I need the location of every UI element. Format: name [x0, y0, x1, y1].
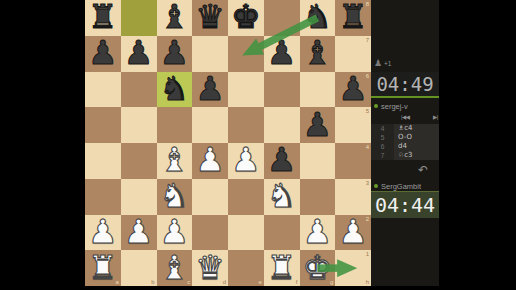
square-f5[interactable]	[264, 107, 300, 143]
move-number: 6	[371, 142, 394, 151]
square-h6[interactable]: ♟6	[335, 72, 371, 108]
move-row: 6d4	[371, 142, 439, 151]
move-san[interactable]: ♘c3	[394, 151, 439, 160]
square-f3[interactable]: ♞	[264, 179, 300, 215]
bottom-player[interactable]: SergGambit	[374, 181, 421, 191]
bottom-player-name[interactable]: SergGambit	[381, 182, 421, 191]
file-label-c: c	[187, 279, 190, 285]
black-pawn-h6[interactable]: ♟	[338, 72, 368, 105]
square-a3[interactable]	[85, 179, 121, 215]
square-f1[interactable]: ♜f	[264, 250, 300, 286]
move-nav-bar: |◀◀ ▶|	[371, 113, 439, 123]
go-to-end-icon[interactable]: ▶|	[433, 114, 438, 120]
black-pawn-c7[interactable]: ♟	[160, 36, 190, 69]
square-h7[interactable]: 7	[335, 36, 371, 72]
move-row: 5O-O	[371, 133, 439, 142]
square-g1[interactable]: ♚g	[300, 250, 336, 286]
black-pawn-d6[interactable]: ♟	[195, 72, 225, 105]
square-a5[interactable]	[85, 107, 121, 143]
square-d3[interactable]	[192, 179, 228, 215]
move-san[interactable]: O-O	[394, 133, 439, 142]
bottom-player-clock: 04:44	[371, 191, 439, 218]
square-h4[interactable]: 4	[335, 143, 371, 179]
black-king-e8[interactable]: ♚	[231, 0, 261, 33]
square-d2[interactable]	[192, 215, 228, 251]
square-h3[interactable]: 3	[335, 179, 371, 215]
square-b8[interactable]	[121, 0, 157, 36]
square-b1[interactable]: b	[121, 250, 157, 286]
rank-label-7: 7	[366, 37, 369, 43]
square-f8[interactable]	[264, 0, 300, 36]
white-knight-c3[interactable]: ♞	[160, 179, 190, 212]
black-pawn-g5[interactable]: ♟	[303, 108, 333, 141]
move-number: 7	[371, 151, 394, 160]
move-san[interactable]: d4	[394, 142, 439, 151]
square-c2[interactable]: ♟	[157, 215, 193, 251]
move-number: 5	[371, 133, 394, 142]
move-row: 7♘c3	[371, 151, 439, 160]
square-f2[interactable]	[264, 215, 300, 251]
square-g6[interactable]	[300, 72, 336, 108]
rank-label-6: 6	[366, 73, 369, 79]
file-label-a: a	[115, 279, 118, 285]
move-san[interactable]: ♗c4	[394, 124, 439, 133]
square-g5[interactable]: ♟	[300, 107, 336, 143]
rank-label-8: 8	[366, 1, 369, 7]
go-to-start-icon[interactable]: |◀◀	[401, 114, 409, 120]
square-e4[interactable]: ♟	[228, 143, 264, 179]
white-pawn-g2[interactable]: ♟	[303, 215, 333, 248]
square-d5[interactable]	[192, 107, 228, 143]
square-d6[interactable]: ♟	[192, 72, 228, 108]
square-g4[interactable]	[300, 143, 336, 179]
white-king-g1[interactable]: ♚	[303, 251, 333, 284]
square-c3[interactable]: ♞	[157, 179, 193, 215]
square-g8[interactable]: ♞	[300, 0, 336, 36]
square-a4[interactable]	[85, 143, 121, 179]
takeback-icon[interactable]: ↶	[418, 164, 428, 176]
move-row: 4♗c4	[371, 124, 439, 133]
square-d1[interactable]: ♛d	[192, 250, 228, 286]
square-e5[interactable]	[228, 107, 264, 143]
square-d7[interactable]	[192, 36, 228, 72]
black-bishop-g7[interactable]: ♝	[303, 36, 333, 69]
video-frame: ♜♝♛♚♞♜8♟♟♟♟♝7♞♟♟6♟5♝♟♟♟4♞♞3♟♟♟♟♟2♜ab♝c♛d…	[0, 0, 516, 290]
rank-label-2: 2	[366, 216, 369, 222]
square-d4[interactable]: ♟	[192, 143, 228, 179]
square-c7[interactable]: ♟	[157, 36, 193, 72]
file-label-g: g	[330, 279, 333, 285]
material-diff-value: +1	[384, 60, 391, 67]
game-sidebar: ♟ +1 04:49 sergej-v |◀◀ ▶| 4♗c45O-O6d47♘…	[371, 0, 439, 286]
square-h5[interactable]: 5	[335, 107, 371, 143]
square-a6[interactable]	[85, 72, 121, 108]
white-knight-f3[interactable]: ♞	[267, 179, 297, 212]
white-pawn-h2[interactable]: ♟	[338, 215, 368, 248]
rank-label-1: 1	[366, 251, 369, 257]
rank-label-4: 4	[366, 144, 369, 150]
chess-board[interactable]: ♜♝♛♚♞♜8♟♟♟♟♝7♞♟♟6♟5♝♟♟♟4♞♞3♟♟♟♟♟2♜ab♝c♛d…	[85, 0, 371, 286]
top-player-clock: 04:49	[371, 72, 439, 96]
square-c8[interactable]: ♝	[157, 0, 193, 36]
square-e6[interactable]	[228, 72, 264, 108]
black-pawn-f7[interactable]: ♟	[267, 36, 297, 69]
square-b6[interactable]	[121, 72, 157, 108]
white-bishop-c4[interactable]: ♝	[160, 143, 190, 176]
black-knight-g8[interactable]: ♞	[303, 0, 333, 33]
square-a8[interactable]: ♜	[85, 0, 121, 36]
square-a2[interactable]: ♟	[85, 215, 121, 251]
rank-label-3: 3	[366, 180, 369, 186]
clock-divider	[371, 96, 439, 98]
file-label-f: f	[296, 279, 298, 285]
black-pawn-f4[interactable]: ♟	[267, 143, 297, 176]
square-e8[interactable]: ♚	[228, 0, 264, 36]
black-rook-h8[interactable]: ♜	[338, 0, 368, 33]
square-b7[interactable]: ♟	[121, 36, 157, 72]
white-rook-f1[interactable]: ♜	[267, 251, 297, 284]
online-dot-icon	[374, 104, 378, 108]
square-c6[interactable]: ♞	[157, 72, 193, 108]
square-h2[interactable]: ♟2	[335, 215, 371, 251]
square-e3[interactable]	[228, 179, 264, 215]
square-a7[interactable]: ♟	[85, 36, 121, 72]
file-label-h: h	[366, 279, 369, 285]
square-b4[interactable]	[121, 143, 157, 179]
black-pawn-b7[interactable]: ♟	[124, 36, 154, 69]
black-bishop-c8[interactable]: ♝	[160, 0, 190, 33]
top-player[interactable]: sergej-v	[374, 101, 408, 111]
white-pawn-b2[interactable]: ♟	[124, 215, 154, 248]
rank-label-5: 5	[366, 108, 369, 114]
square-b5[interactable]	[121, 107, 157, 143]
square-f4[interactable]: ♟	[264, 143, 300, 179]
square-e2[interactable]	[228, 215, 264, 251]
move-list[interactable]: 4♗c45O-O6d47♘c3	[371, 124, 439, 160]
top-player-name[interactable]: sergej-v	[381, 102, 408, 111]
square-b2[interactable]: ♟	[121, 215, 157, 251]
square-g3[interactable]	[300, 179, 336, 215]
square-h8[interactable]: ♜8	[335, 0, 371, 36]
square-h1[interactable]: 1h	[335, 250, 371, 286]
white-pawn-d4[interactable]: ♟	[195, 143, 225, 176]
square-g2[interactable]: ♟	[300, 215, 336, 251]
square-e7[interactable]	[228, 36, 264, 72]
white-pawn-c2[interactable]: ♟	[160, 215, 190, 248]
white-pawn-a2[interactable]: ♟	[88, 215, 118, 248]
square-f6[interactable]	[264, 72, 300, 108]
material-advantage: ♟ +1	[374, 57, 392, 69]
square-e1[interactable]: e	[228, 250, 264, 286]
black-knight-c6[interactable]: ♞	[160, 72, 190, 105]
file-label-e: e	[258, 279, 261, 285]
pawn-icon: ♟	[374, 58, 382, 68]
square-b3[interactable]	[121, 179, 157, 215]
square-g7[interactable]: ♝	[300, 36, 336, 72]
black-pawn-a7[interactable]: ♟	[88, 36, 118, 69]
square-c4[interactable]: ♝	[157, 143, 193, 179]
white-rook-a1[interactable]: ♜	[88, 251, 118, 284]
white-pawn-e4[interactable]: ♟	[231, 143, 261, 176]
square-c5[interactable]	[157, 107, 193, 143]
online-dot-icon	[374, 184, 378, 188]
square-f7[interactable]: ♟	[264, 36, 300, 72]
white-bishop-c1[interactable]: ♝	[160, 251, 190, 284]
square-a1[interactable]: ♜a	[85, 250, 121, 286]
square-c1[interactable]: ♝c	[157, 250, 193, 286]
square-d8[interactable]: ♛	[192, 0, 228, 36]
move-number: 4	[371, 124, 394, 133]
file-label-b: b	[151, 279, 154, 285]
black-queen-d8[interactable]: ♛	[195, 0, 225, 33]
white-queen-d1[interactable]: ♛	[195, 251, 225, 284]
file-label-d: d	[223, 279, 226, 285]
black-rook-a8[interactable]: ♜	[88, 0, 118, 33]
